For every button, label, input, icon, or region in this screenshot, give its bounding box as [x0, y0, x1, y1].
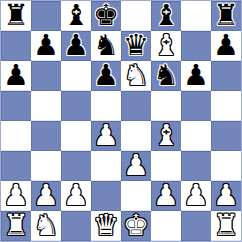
square-d5[interactable]: [91, 91, 121, 121]
square-a4[interactable]: [1, 121, 31, 151]
black-pawn[interactable]: ♟: [3, 61, 29, 90]
square-h3[interactable]: [211, 151, 241, 181]
square-c4[interactable]: [61, 121, 91, 151]
square-b2[interactable]: ♟: [31, 181, 61, 211]
square-g3[interactable]: [181, 151, 211, 181]
black-pawn[interactable]: ♟: [63, 31, 89, 60]
white-queen[interactable]: ♛: [93, 211, 119, 240]
black-pawn[interactable]: ♟: [33, 31, 59, 60]
white-knight[interactable]: ♞: [33, 211, 59, 240]
square-d1[interactable]: ♛: [91, 211, 121, 241]
square-e7[interactable]: ♛: [121, 31, 151, 61]
square-e8[interactable]: [121, 1, 151, 31]
square-a5[interactable]: [1, 91, 31, 121]
white-king[interactable]: ♚: [123, 211, 149, 240]
square-c8[interactable]: ♝: [61, 1, 91, 31]
square-b6[interactable]: [31, 61, 61, 91]
square-d3[interactable]: [91, 151, 121, 181]
black-queen[interactable]: ♛: [123, 31, 149, 60]
square-b1[interactable]: ♞: [31, 211, 61, 241]
square-e6[interactable]: ♞: [121, 61, 151, 91]
square-f5[interactable]: [151, 91, 181, 121]
square-f7[interactable]: ♝: [151, 31, 181, 61]
white-bishop[interactable]: ♝: [153, 121, 179, 150]
black-pawn[interactable]: ♟: [213, 31, 239, 60]
square-d6[interactable]: ♟: [91, 61, 121, 91]
square-e3[interactable]: ♟: [121, 151, 151, 181]
square-f2[interactable]: ♟: [151, 181, 181, 211]
square-c7[interactable]: ♟: [61, 31, 91, 61]
square-g4[interactable]: [181, 121, 211, 151]
square-f4[interactable]: ♝: [151, 121, 181, 151]
square-c1[interactable]: [61, 211, 91, 241]
square-e1[interactable]: ♚: [121, 211, 151, 241]
black-pawn[interactable]: ♟: [183, 61, 209, 90]
square-h8[interactable]: ♜: [211, 1, 241, 31]
square-c2[interactable]: ♟: [61, 181, 91, 211]
square-b5[interactable]: [31, 91, 61, 121]
square-d8[interactable]: ♚: [91, 1, 121, 31]
square-a3[interactable]: [1, 151, 31, 181]
square-e5[interactable]: [121, 91, 151, 121]
white-pawn[interactable]: ♟: [123, 151, 149, 180]
square-h5[interactable]: [211, 91, 241, 121]
square-a7[interactable]: [1, 31, 31, 61]
square-f3[interactable]: [151, 151, 181, 181]
square-h6[interactable]: [211, 61, 241, 91]
square-e4[interactable]: [121, 121, 151, 151]
black-king[interactable]: ♚: [93, 1, 119, 30]
square-h4[interactable]: [211, 121, 241, 151]
square-d7[interactable]: ♞: [91, 31, 121, 61]
square-g8[interactable]: [181, 1, 211, 31]
square-f6[interactable]: ♞: [151, 61, 181, 91]
square-b3[interactable]: [31, 151, 61, 181]
square-c6[interactable]: [61, 61, 91, 91]
black-rook[interactable]: ♜: [213, 1, 239, 30]
white-knight[interactable]: ♞: [123, 61, 149, 90]
black-knight[interactable]: ♞: [93, 31, 119, 60]
white-pawn[interactable]: ♟: [213, 181, 239, 210]
square-g5[interactable]: [181, 91, 211, 121]
white-pawn[interactable]: ♟: [153, 181, 179, 210]
black-bishop[interactable]: ♝: [63, 1, 89, 30]
square-g6[interactable]: ♟: [181, 61, 211, 91]
square-f1[interactable]: [151, 211, 181, 241]
square-g2[interactable]: ♟: [181, 181, 211, 211]
square-g1[interactable]: [181, 211, 211, 241]
square-a6[interactable]: ♟: [1, 61, 31, 91]
white-pawn[interactable]: ♟: [183, 181, 209, 210]
square-d2[interactable]: [91, 181, 121, 211]
square-a2[interactable]: ♟: [1, 181, 31, 211]
square-a1[interactable]: ♜: [1, 211, 31, 241]
black-bishop[interactable]: ♝: [153, 1, 179, 30]
square-h2[interactable]: ♟: [211, 181, 241, 211]
white-pawn[interactable]: ♟: [93, 121, 119, 150]
square-e2[interactable]: [121, 181, 151, 211]
black-pawn[interactable]: ♟: [93, 61, 119, 90]
white-pawn[interactable]: ♟: [3, 181, 29, 210]
square-d4[interactable]: ♟: [91, 121, 121, 151]
black-rook[interactable]: ♜: [3, 1, 29, 30]
white-pawn[interactable]: ♟: [63, 181, 89, 210]
chess-board-container: ♜♝♚♝♜♟♟♞♛♝♟♟♟♞♞♟♟♝♟♟♟♟♟♟♟♜♞♛♚♜: [0, 0, 242, 242]
square-h7[interactable]: ♟: [211, 31, 241, 61]
square-f8[interactable]: ♝: [151, 1, 181, 31]
square-c5[interactable]: [61, 91, 91, 121]
square-b7[interactable]: ♟: [31, 31, 61, 61]
white-bishop[interactable]: ♝: [153, 31, 179, 60]
square-c3[interactable]: [61, 151, 91, 181]
square-a8[interactable]: ♜: [1, 1, 31, 31]
white-rook[interactable]: ♜: [3, 211, 29, 240]
square-h1[interactable]: ♜: [211, 211, 241, 241]
square-g7[interactable]: [181, 31, 211, 61]
white-rook[interactable]: ♜: [213, 211, 239, 240]
black-knight[interactable]: ♞: [153, 61, 179, 90]
chess-board: ♜♝♚♝♜♟♟♞♛♝♟♟♟♞♞♟♟♝♟♟♟♟♟♟♟♜♞♛♚♜: [0, 0, 242, 242]
white-pawn[interactable]: ♟: [33, 181, 59, 210]
square-b4[interactable]: [31, 121, 61, 151]
square-b8[interactable]: [31, 1, 61, 31]
